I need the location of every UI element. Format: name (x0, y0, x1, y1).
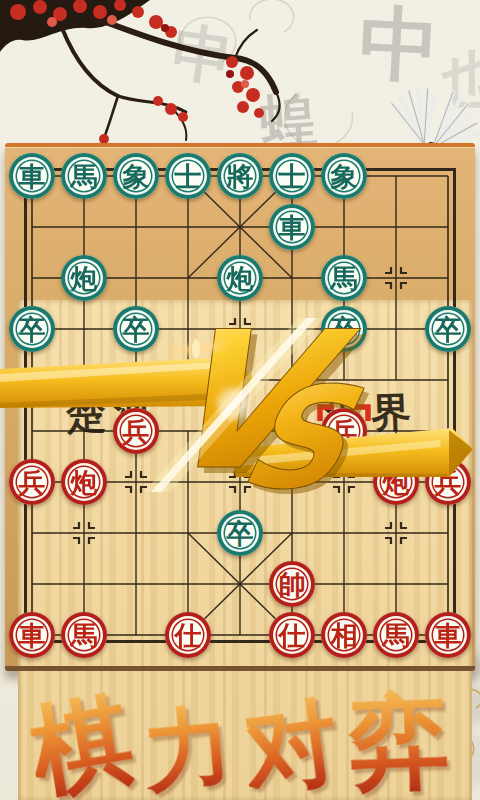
piece-black-elephant[interactable]: 象 (321, 153, 367, 199)
piece-red-advisor[interactable]: 仕 (165, 612, 211, 658)
piece-red-soldier[interactable]: 兵 (113, 408, 159, 454)
xiangqi-board-frame (5, 143, 475, 671)
piece-black-cannon[interactable]: 炮 (61, 255, 107, 301)
piece-black-chariot[interactable]: 車 (9, 153, 55, 199)
piece-black-chariot[interactable]: 車 (269, 204, 315, 250)
piece-black-soldier[interactable]: 卒 (217, 510, 263, 556)
piece-black-cannon[interactable]: 炮 (217, 255, 263, 301)
piece-black-elephant[interactable]: 象 (113, 153, 159, 199)
piece-red-chariot[interactable]: 車 (425, 612, 471, 658)
piece-black-advisor[interactable]: 士 (165, 153, 211, 199)
piece-black-advisor[interactable]: 士 (269, 153, 315, 199)
piece-red-horse[interactable]: 馬 (61, 612, 107, 658)
bg-calligraphy-glyph: 中 (357, 0, 442, 93)
piece-red-chariot[interactable]: 車 (9, 612, 55, 658)
piece-red-soldier[interactable]: 兵 (9, 459, 55, 505)
piece-black-soldier[interactable]: 卒 (321, 306, 367, 352)
xiangqi-vs-splash-screen: 申 蝗 中 也 (0, 0, 480, 800)
piece-black-soldier[interactable]: 卒 (425, 306, 471, 352)
piece-red-soldier[interactable]: 兵 (321, 408, 367, 454)
plum-blossoms (10, 0, 264, 165)
piece-red-horse[interactable]: 馬 (373, 612, 419, 658)
piece-black-soldier[interactable]: 卒 (113, 306, 159, 352)
plum-blossom-branch (0, 0, 279, 165)
piece-red-advisor[interactable]: 仕 (269, 612, 315, 658)
bg-calligraphy: 申 蝗 中 也 (168, 0, 480, 155)
piece-black-soldier[interactable]: 卒 (9, 306, 55, 352)
piece-red-cannon[interactable]: 炮 (61, 459, 107, 505)
piece-red-general[interactable]: 帥 (269, 561, 315, 607)
piece-red-soldier[interactable]: 兵 (425, 459, 471, 505)
piece-black-horse[interactable]: 馬 (321, 255, 367, 301)
piece-black-horse[interactable]: 馬 (61, 153, 107, 199)
piece-red-cannon[interactable]: 炮 (373, 459, 419, 505)
piece-red-elephant[interactable]: 相 (321, 612, 367, 658)
piece-black-general[interactable]: 將 (217, 153, 263, 199)
